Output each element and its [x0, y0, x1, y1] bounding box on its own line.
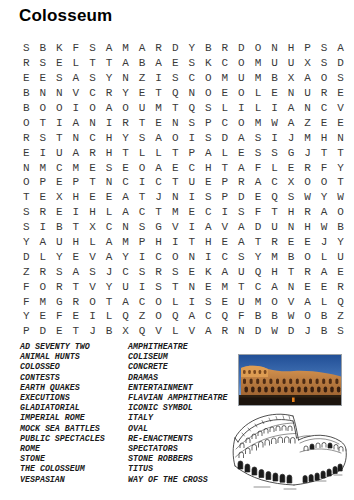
grid-cell-r1c5: S [84, 41, 101, 56]
grid-cell-r1c7: M [117, 41, 134, 56]
grid-cell-r17c12: E [200, 279, 217, 294]
grid-cell-r20c2: D [35, 324, 52, 339]
grid-cell-r14c14: A [233, 235, 250, 250]
grid-cell-r16c5: S [84, 264, 101, 279]
grid-cell-r3c14: U [233, 71, 250, 86]
grid-cell-r15c20: U [332, 249, 349, 264]
grid-cell-r2c18: X [299, 56, 316, 71]
word-item: FLAVIAN AMPHITHEATRE [128, 393, 228, 403]
grid-cell-r16c4: A [68, 264, 85, 279]
grid-cell-r19c12: C [200, 309, 217, 324]
grid-cell-r1c14: D [233, 41, 250, 56]
grid-cell-r12c14: S [233, 205, 250, 220]
grid-cell-r13c15: D [250, 220, 267, 235]
grid-cell-r17c3: R [51, 279, 68, 294]
grid-cell-r17c15: C [250, 279, 267, 294]
grid-cell-r15c1: D [18, 249, 35, 264]
grid-cell-r11c8: T [134, 190, 151, 205]
grid-cell-r1c3: K [51, 41, 68, 56]
grid-cell-r1c13: R [217, 41, 234, 56]
worksheet-page: Colosseum SBKFSAMARDYBRDONHPSARSELTTABAE… [0, 0, 354, 500]
grid-cell-r8c1: E [18, 145, 35, 160]
grid-cell-r2c4: L [68, 56, 85, 71]
grid-cell-r14c9: H [150, 235, 167, 250]
grid-cell-r8c15: S [250, 145, 267, 160]
grid-cell-r7c1: R [18, 130, 35, 145]
grid-cell-r4c18: U [299, 86, 316, 101]
grid-cell-r10c3: E [51, 175, 68, 190]
grid-cell-r8c16: S [266, 145, 283, 160]
grid-cell-r3c10: S [167, 71, 184, 86]
grid-cell-r11c17: S [283, 190, 300, 205]
grid-cell-r7c4: N [68, 130, 85, 145]
grid-cell-r12c19: A [316, 205, 333, 220]
grid-cell-r14c18: E [299, 235, 316, 250]
grid-cell-r14c10: I [167, 235, 184, 250]
grid-cell-r19c7: Q [117, 309, 134, 324]
word-item: CONTESTS [20, 373, 105, 383]
grid-cell-r4c14: O [233, 86, 250, 101]
grid-cell-r20c20: S [332, 324, 349, 339]
grid-cell-r6c7: R [117, 115, 134, 130]
grid-cell-r18c13: E [217, 294, 234, 309]
grid-cell-r10c19: O [316, 175, 333, 190]
grid-cell-r18c19: L [316, 294, 333, 309]
grid-cell-r17c14: T [233, 279, 250, 294]
grid-cell-r6c12: P [200, 115, 217, 130]
grid-cell-r13c6: C [101, 220, 118, 235]
grid-cell-r6c16: W [266, 115, 283, 130]
word-item: STONE [20, 454, 105, 464]
grid-cell-r14c16: R [266, 235, 283, 250]
grid-cell-r11c13: P [217, 190, 234, 205]
grid-cell-r11c15: E [250, 190, 267, 205]
grid-cell-r16c6: J [101, 264, 118, 279]
grid-cell-r16c8: S [134, 264, 151, 279]
grid-cell-r4c10: Q [167, 86, 184, 101]
grid-cell-r8c11: P [183, 145, 200, 160]
grid-cell-r16c18: R [299, 264, 316, 279]
grid-cell-r20c5: J [84, 324, 101, 339]
grid-cell-r9c15: F [250, 160, 267, 175]
grid-cell-r12c1: S [18, 205, 35, 220]
grid-cell-r18c3: G [51, 294, 68, 309]
grid-cell-r4c5: C [84, 86, 101, 101]
grid-cell-r14c19: J [316, 235, 333, 250]
word-item: ANIMAL HUNTS [20, 352, 105, 362]
grid-cell-r6c11: S [183, 115, 200, 130]
grid-cell-r9c8: O [134, 160, 151, 175]
grid-cell-r14c6: A [101, 235, 118, 250]
grid-cell-r9c5: E [84, 160, 101, 175]
grid-cell-r6c17: A [283, 115, 300, 130]
grid-cell-r3c15: M [250, 71, 267, 86]
grid-cell-r4c8: E [134, 86, 151, 101]
grid-cell-r14c5: L [84, 235, 101, 250]
grid-cell-r11c12: S [200, 190, 217, 205]
grid-cell-r7c16: I [266, 130, 283, 145]
grid-cell-r13c17: N [283, 220, 300, 235]
grid-cell-r20c4: T [68, 324, 85, 339]
grid-cell-r9c16: L [266, 160, 283, 175]
grid-cell-r5c15: L [250, 101, 267, 116]
grid-cell-r12c17: H [283, 205, 300, 220]
grid-cell-r8c8: L [134, 145, 151, 160]
grid-cell-r11c14: D [233, 190, 250, 205]
grid-cell-r6c20: E [332, 115, 349, 130]
grid-cell-r1c15: O [250, 41, 267, 56]
grid-cell-r10c16: C [266, 175, 283, 190]
grid-cell-r9c7: E [117, 160, 134, 175]
grid-cell-r10c15: A [250, 175, 267, 190]
grid-cell-r1c9: R [150, 41, 167, 56]
grid-cell-r19c11: A [183, 309, 200, 324]
grid-cell-r8c6: H [101, 145, 118, 160]
grid-cell-r20c1: P [18, 324, 35, 339]
grid-cell-r2c7: A [117, 56, 134, 71]
grid-cell-r12c15: F [250, 205, 267, 220]
word-item: GLADIATORIAL [20, 403, 105, 413]
grid-cell-r2c8: B [134, 56, 151, 71]
grid-cell-r9c3: C [51, 160, 68, 175]
grid-cell-r5c3: O [51, 101, 68, 116]
grid-cell-r8c7: T [117, 145, 134, 160]
grid-cell-r19c16: B [266, 309, 283, 324]
grid-cell-r7c19: H [316, 130, 333, 145]
grid-cell-r19c5: I [84, 309, 101, 324]
word-item: OVAL [128, 424, 228, 434]
grid-cell-r2c5: T [84, 56, 101, 71]
grid-cell-r2c14: O [233, 56, 250, 71]
puzzle-title: Colosseum [19, 6, 112, 26]
grid-cell-r19c2: E [35, 309, 52, 324]
grid-cell-r20c19: B [316, 324, 333, 339]
grid-cell-r15c15: Y [250, 249, 267, 264]
grid-cell-r9c20: Y [332, 160, 349, 175]
grid-cell-r19c3: F [51, 309, 68, 324]
grid-cell-r4c2: N [35, 86, 52, 101]
grid-cell-r10c10: T [167, 175, 184, 190]
word-item: EXECUTIONS [20, 393, 105, 403]
grid-cell-r20c18: J [299, 324, 316, 339]
grid-cell-r15c13: C [217, 249, 234, 264]
word-item: PUBLIC SPECTACLES [20, 434, 105, 444]
grid-cell-r10c4: P [68, 175, 85, 190]
grid-cell-r5c20: V [332, 101, 349, 116]
grid-cell-r11c16: Q [266, 190, 283, 205]
grid-cell-r7c5: C [84, 130, 101, 145]
grid-cell-r2c9: A [150, 56, 167, 71]
grid-cell-r11c11: I [183, 190, 200, 205]
grid-cell-r17c10: T [167, 279, 184, 294]
grid-cell-r13c1: S [18, 220, 35, 235]
grid-cell-r15c17: B [283, 249, 300, 264]
grid-cell-r1c17: H [283, 41, 300, 56]
grid-cell-r13c12: A [200, 220, 217, 235]
grid-cell-r5c2: O [35, 101, 52, 116]
grid-cell-r6c8: T [134, 115, 151, 130]
word-item: WAY OF THE CROSS [128, 475, 228, 485]
grid-cell-r11c19: Y [316, 190, 333, 205]
grid-cell-r2c15: M [250, 56, 267, 71]
grid-cell-r16c13: A [217, 264, 234, 279]
grid-cell-r19c13: Q [217, 309, 234, 324]
grid-cell-r13c14: A [233, 220, 250, 235]
grid-cell-r3c20: S [332, 71, 349, 86]
grid-cell-r10c9: C [150, 175, 167, 190]
grid-cell-r13c8: S [134, 220, 151, 235]
colosseum-sketch [226, 407, 352, 493]
grid-cell-r2c10: E [167, 56, 184, 71]
grid-cell-r5c19: C [316, 101, 333, 116]
grid-cell-r17c9: S [150, 279, 167, 294]
grid-cell-r3c17: X [283, 71, 300, 86]
grid-cell-r11c2: E [35, 190, 52, 205]
grid-cell-r18c15: M [250, 294, 267, 309]
grid-cell-r6c9: E [150, 115, 167, 130]
grid-cell-r15c2: L [35, 249, 52, 264]
grid-cell-r5c13: L [217, 101, 234, 116]
grid-cell-r1c10: D [167, 41, 184, 56]
grid-cell-r17c7: U [117, 279, 134, 294]
grid-cell-r11c6: E [101, 190, 118, 205]
grid-cell-r20c17: D [283, 324, 300, 339]
word-item: TITUS [128, 464, 228, 474]
grid-cell-r7c7: Y [117, 130, 134, 145]
word-item: THE COLOSSEUM [20, 464, 105, 474]
grid-cell-r13c18: H [299, 220, 316, 235]
word-item: CONCRETE [128, 362, 228, 372]
grid-cell-r19c14: F [233, 309, 250, 324]
word-item: AMPHITHEATRE [128, 342, 228, 352]
grid-cell-r12c13: I [217, 205, 234, 220]
grid-cell-r18c2: M [35, 294, 52, 309]
grid-cell-r7c18: M [299, 130, 316, 145]
grid-cell-r20c16: W [266, 324, 283, 339]
grid-cell-r20c9: V [150, 324, 167, 339]
grid-cell-r12c12: C [200, 205, 217, 220]
grid-cell-r5c12: S [200, 101, 217, 116]
grid-cell-r2c13: C [217, 56, 234, 71]
word-item: MOCK SEA BATTLES [20, 424, 105, 434]
grid-cell-r18c18: A [299, 294, 316, 309]
grid-cell-r17c5: V [84, 279, 101, 294]
word-item: SPECTATORS [128, 444, 228, 454]
grid-cell-r4c17: N [283, 86, 300, 101]
grid-cell-r14c8: P [134, 235, 151, 250]
grid-cell-r7c3: T [51, 130, 68, 145]
grid-cell-r14c17: E [283, 235, 300, 250]
grid-cell-r12c2: R [35, 205, 52, 220]
grid-cell-r16c20: E [332, 264, 349, 279]
grid-cell-r8c5: R [84, 145, 101, 160]
word-search-grid: SBKFSAMARDYBRDONHPSARSELTTABAESKCOMUUXSD… [18, 41, 349, 339]
grid-cell-r20c3: E [51, 324, 68, 339]
grid-cell-r20c11: V [183, 324, 200, 339]
grid-cell-r12c4: I [68, 205, 85, 220]
word-item: ROME [20, 444, 105, 454]
grid-cell-r9c19: F [316, 160, 333, 175]
grid-cell-r10c2: P [35, 175, 52, 190]
grid-cell-r18c6: T [101, 294, 118, 309]
grid-cell-r2c17: U [283, 56, 300, 71]
grid-cell-r12c5: H [84, 205, 101, 220]
grid-cell-r4c3: N [51, 86, 68, 101]
grid-cell-r11c1: T [18, 190, 35, 205]
grid-cell-r16c17: T [283, 264, 300, 279]
grid-cell-r5c7: O [117, 101, 134, 116]
colosseum-sketch-image [226, 407, 352, 493]
grid-cell-r12c3: E [51, 205, 68, 220]
grid-cell-r1c18: P [299, 41, 316, 56]
grid-cell-r15c3: Y [51, 249, 68, 264]
grid-cell-r2c19: S [316, 56, 333, 71]
grid-cell-r17c19: E [316, 279, 333, 294]
grid-cell-r17c1: F [18, 279, 35, 294]
grid-cell-r17c13: M [217, 279, 234, 294]
grid-cell-r9c13: T [217, 160, 234, 175]
grid-cell-r19c19: B [316, 309, 333, 324]
grid-cell-r3c13: M [217, 71, 234, 86]
grid-cell-r6c15: M [250, 115, 267, 130]
grid-cell-r5c9: M [150, 101, 167, 116]
grid-cell-r16c9: R [150, 264, 167, 279]
grid-cell-r1c2: B [35, 41, 52, 56]
grid-cell-r4c4: V [68, 86, 85, 101]
grid-cell-r11c3: X [51, 190, 68, 205]
grid-cell-r15c12: I [200, 249, 217, 264]
grid-cell-r14c11: T [183, 235, 200, 250]
grid-cell-r3c2: E [35, 71, 52, 86]
grid-cell-r1c20: A [332, 41, 349, 56]
grid-cell-r2c6: T [101, 56, 118, 71]
grid-cell-r15c9: C [150, 249, 167, 264]
word-item: ITALY [128, 413, 228, 423]
grid-cell-r20c7: X [117, 324, 134, 339]
grid-cell-r14c1: Y [18, 235, 35, 250]
grid-cell-r5c10: T [167, 101, 184, 116]
grid-cell-r6c4: A [68, 115, 85, 130]
grid-cell-r11c9: J [150, 190, 167, 205]
grid-cell-r12c7: A [117, 205, 134, 220]
grid-cell-r15c5: V [84, 249, 101, 264]
word-item: RE-ENACTMENTS [128, 434, 228, 444]
grid-cell-r2c2: S [35, 56, 52, 71]
grid-cell-r7c17: J [283, 130, 300, 145]
grid-cell-r8c19: T [316, 145, 333, 160]
grid-cell-r8c13: L [217, 145, 234, 160]
grid-cell-r19c1: Y [18, 309, 35, 324]
word-item: EARTH QUAKES [20, 383, 105, 393]
grid-cell-r8c2: I [35, 145, 52, 160]
grid-cell-r6c2: T [35, 115, 52, 130]
grid-cell-r2c3: E [51, 56, 68, 71]
grid-cell-r11c10: N [167, 190, 184, 205]
grid-cell-r8c17: G [283, 145, 300, 160]
grid-cell-r13c7: N [117, 220, 134, 235]
grid-cell-r1c6: A [101, 41, 118, 56]
word-item: DRAMAS [128, 373, 228, 383]
grid-cell-r6c13: C [217, 115, 234, 130]
grid-cell-r4c9: T [150, 86, 167, 101]
grid-cell-r19c9: O [150, 309, 167, 324]
grid-cell-r7c12: S [200, 130, 217, 145]
grid-cell-r6c18: Z [299, 115, 316, 130]
grid-cell-r4c19: R [316, 86, 333, 101]
grid-cell-r10c17: X [283, 175, 300, 190]
grid-cell-r3c6: Y [101, 71, 118, 86]
grid-cell-r4c7: Y [117, 86, 134, 101]
grid-cell-r9c11: C [183, 160, 200, 175]
grid-cell-r5c8: U [134, 101, 151, 116]
grid-cell-r18c4: R [68, 294, 85, 309]
grid-cell-r5c17: A [283, 101, 300, 116]
grid-cell-r10c13: P [217, 175, 234, 190]
grid-cell-r6c19: E [316, 115, 333, 130]
grid-cell-r20c10: L [167, 324, 184, 339]
grid-cell-r7c14: A [233, 130, 250, 145]
grid-cell-r1c19: S [316, 41, 333, 56]
grid-cell-r3c8: Z [134, 71, 151, 86]
colosseum-photo-image [239, 355, 341, 405]
grid-cell-r16c15: Q [250, 264, 267, 279]
grid-cell-r19c15: B [250, 309, 267, 324]
grid-cell-r15c6: A [101, 249, 118, 264]
grid-cell-r9c17: E [283, 160, 300, 175]
grid-cell-r19c18: O [299, 309, 316, 324]
grid-cell-r9c14: A [233, 160, 250, 175]
grid-cell-r10c8: I [134, 175, 151, 190]
grid-cell-r18c1: F [18, 294, 35, 309]
grid-cell-r9c1: N [18, 160, 35, 175]
grid-cell-r10c11: U [183, 175, 200, 190]
grid-cell-r11c7: A [117, 190, 134, 205]
grid-cell-r14c20: Y [332, 235, 349, 250]
grid-cell-r17c17: N [283, 279, 300, 294]
grid-cell-r8c14: E [233, 145, 250, 160]
grid-cell-r5c18: N [299, 101, 316, 116]
word-item: COLOSSEO [20, 362, 105, 372]
grid-cell-r16c1: Z [18, 264, 35, 279]
grid-cell-r14c4: H [68, 235, 85, 250]
grid-cell-r6c1: O [18, 115, 35, 130]
grid-cell-r3c11: C [183, 71, 200, 86]
grid-cell-r9c18: R [299, 160, 316, 175]
grid-cell-r7c20: N [332, 130, 349, 145]
grid-cell-r15c18: O [299, 249, 316, 264]
grid-cell-r4c1: B [18, 86, 35, 101]
word-list-left: AD SEVENTY TWOANIMAL HUNTSCOLOSSEOCONTES… [20, 342, 105, 485]
grid-cell-r15c10: O [167, 249, 184, 264]
grid-cell-r17c2: O [35, 279, 52, 294]
grid-cell-r18c16: O [266, 294, 283, 309]
grid-cell-r13c2: I [35, 220, 52, 235]
grid-cell-r16c10: S [167, 264, 184, 279]
word-item: AD SEVENTY TWO [20, 342, 105, 352]
grid-cell-r15c4: E [68, 249, 85, 264]
grid-cell-r17c11: N [183, 279, 200, 294]
grid-cell-r13c11: I [183, 220, 200, 235]
grid-cell-r18c5: O [84, 294, 101, 309]
grid-cell-r9c2: M [35, 160, 52, 175]
grid-cell-r10c1: O [18, 175, 35, 190]
grid-cell-r9c10: E [167, 160, 184, 175]
grid-cell-r9c12: H [200, 160, 217, 175]
grid-cell-r13c4: T [68, 220, 85, 235]
grid-cell-r4c11: N [183, 86, 200, 101]
grid-cell-r3c18: A [299, 71, 316, 86]
grid-cell-r5c16: I [266, 101, 283, 116]
